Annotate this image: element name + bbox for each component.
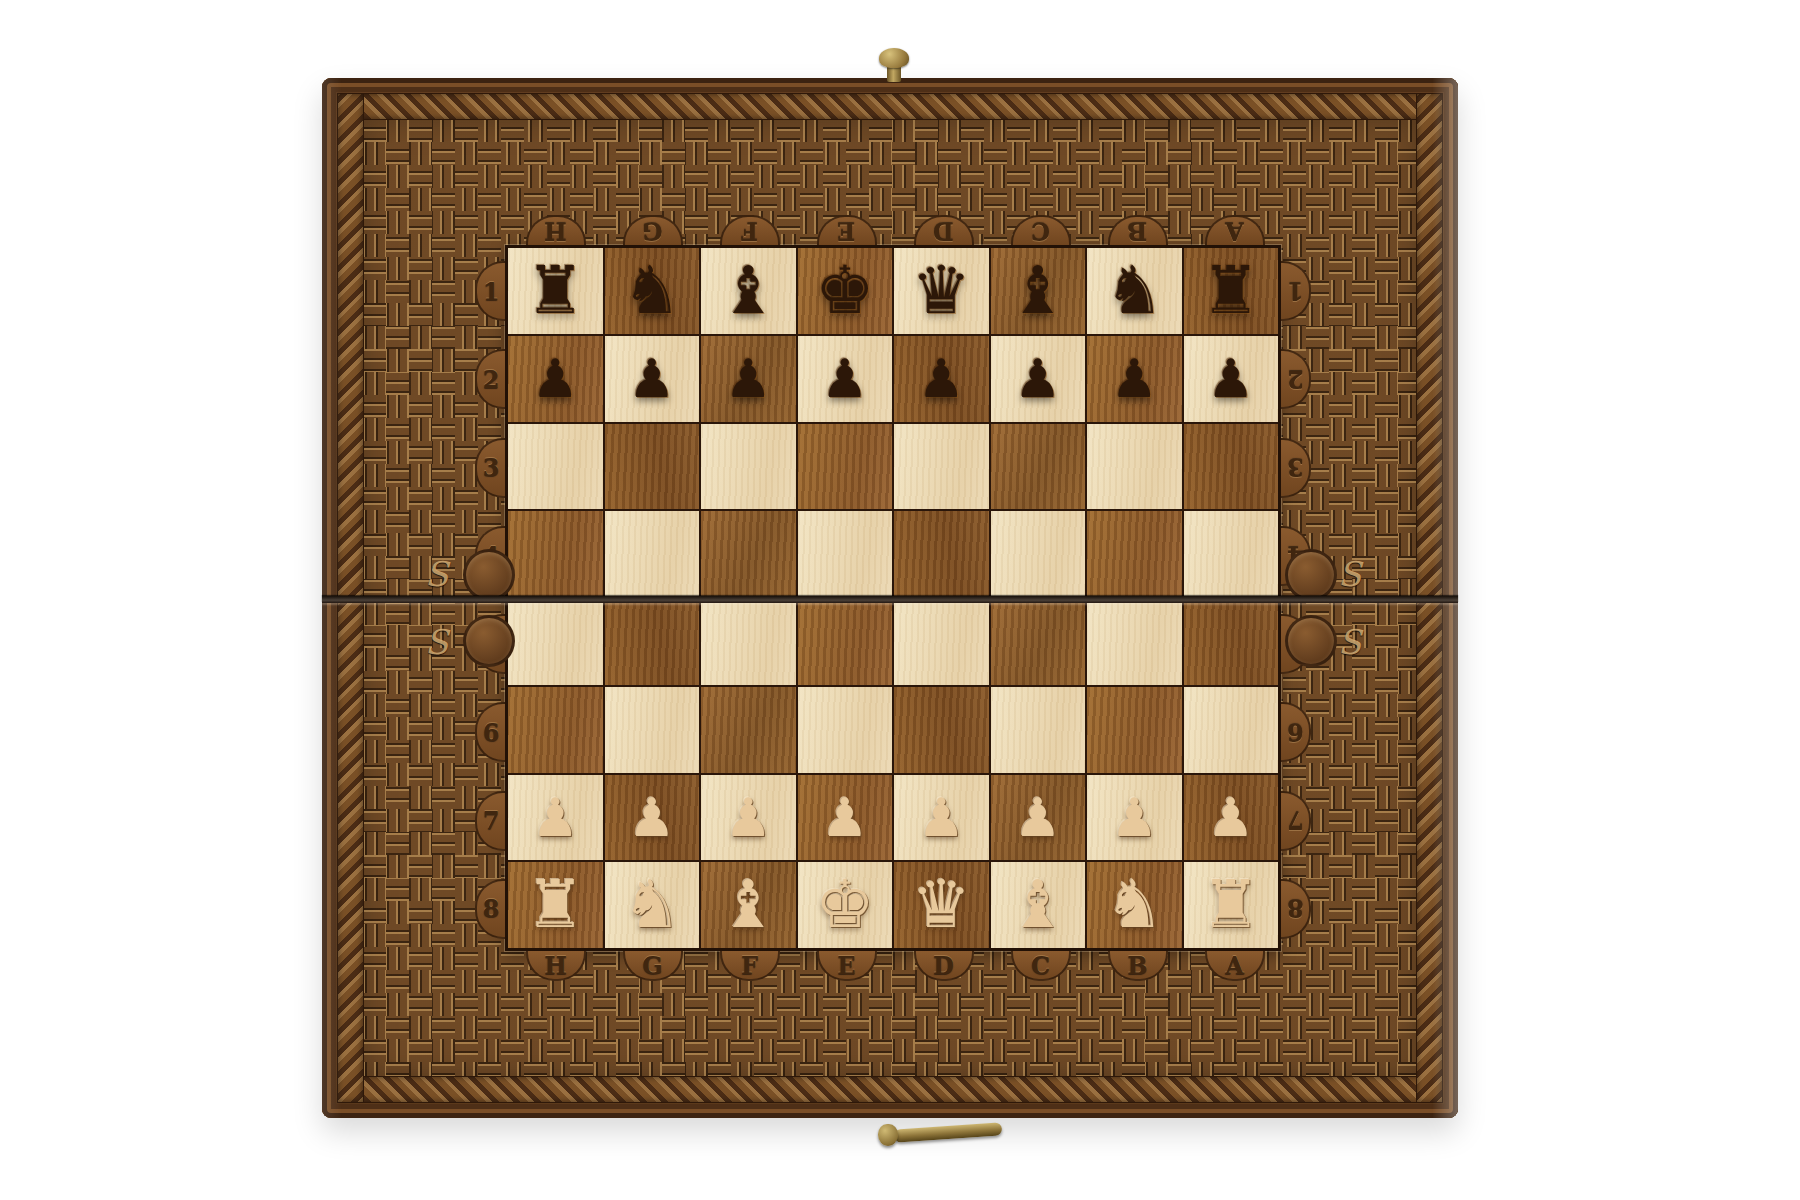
- square-e6[interactable]: [798, 687, 893, 773]
- piece-light-bishop[interactable]: ♝: [719, 872, 778, 938]
- square-g8[interactable]: ♞: [605, 862, 700, 948]
- s-scroll-carving: S: [425, 554, 448, 594]
- brass-latch-icon: [878, 1120, 1012, 1150]
- piece-dark-pawn[interactable]: ♟: [1207, 352, 1255, 405]
- s-scroll-carving: S: [1338, 622, 1361, 662]
- piece-light-rook[interactable]: ♜: [1201, 872, 1260, 938]
- piece-dark-bishop[interactable]: ♝: [719, 258, 778, 324]
- piece-dark-pawn[interactable]: ♟: [1014, 352, 1062, 405]
- hinge-seam: [322, 596, 1458, 603]
- piece-dark-queen[interactable]: ♛: [912, 258, 971, 324]
- square-f5[interactable]: [701, 599, 796, 685]
- square-c5[interactable]: [991, 599, 1086, 685]
- square-a2[interactable]: ♟: [1184, 336, 1279, 422]
- square-g2[interactable]: ♟: [605, 336, 700, 422]
- piece-dark-pawn[interactable]: ♟: [917, 352, 965, 405]
- scroll-border-top: [337, 93, 1443, 120]
- scroll-circle-ornament: [1285, 549, 1337, 601]
- square-b4[interactable]: [1087, 511, 1182, 597]
- piece-light-pawn[interactable]: ♟: [917, 791, 965, 844]
- square-d5[interactable]: [894, 599, 989, 685]
- square-b2[interactable]: ♟: [1087, 336, 1182, 422]
- square-d1[interactable]: ♛: [894, 248, 989, 334]
- piece-light-pawn[interactable]: ♟: [628, 791, 676, 844]
- square-c8[interactable]: ♝: [991, 862, 1086, 948]
- square-c1[interactable]: ♝: [991, 248, 1086, 334]
- square-h1[interactable]: ♜: [508, 248, 603, 334]
- square-d6[interactable]: [894, 687, 989, 773]
- piece-dark-knight[interactable]: ♞: [622, 258, 681, 324]
- chess-box: S S S S ♜♞♝♚♛♝♞♜♟♟♟♟♟♟♟♟♟♟♟♟♟♟♟♟♜♞♝♚♛♝♞♜…: [322, 78, 1458, 1118]
- square-d4[interactable]: [894, 511, 989, 597]
- square-a6[interactable]: [1184, 687, 1279, 773]
- square-e4[interactable]: [798, 511, 893, 597]
- square-g5[interactable]: [605, 599, 700, 685]
- square-g1[interactable]: ♞: [605, 248, 700, 334]
- piece-light-king[interactable]: ♚: [815, 872, 874, 938]
- square-c6[interactable]: [991, 687, 1086, 773]
- square-h4[interactable]: [508, 511, 603, 597]
- square-f2[interactable]: ♟: [701, 336, 796, 422]
- square-a3[interactable]: [1184, 424, 1279, 510]
- square-h3[interactable]: [508, 424, 603, 510]
- square-a4[interactable]: [1184, 511, 1279, 597]
- square-h2[interactable]: ♟: [508, 336, 603, 422]
- square-e2[interactable]: ♟: [798, 336, 893, 422]
- brass-knob-icon: [878, 48, 910, 82]
- square-e1[interactable]: ♚: [798, 248, 893, 334]
- square-f4[interactable]: [701, 511, 796, 597]
- square-a7[interactable]: ♟: [1184, 775, 1279, 861]
- s-scroll-carving: S: [425, 622, 448, 662]
- piece-light-pawn[interactable]: ♟: [1110, 791, 1158, 844]
- square-e7[interactable]: ♟: [798, 775, 893, 861]
- square-f7[interactable]: ♟: [701, 775, 796, 861]
- square-e3[interactable]: [798, 424, 893, 510]
- square-f3[interactable]: [701, 424, 796, 510]
- piece-dark-knight[interactable]: ♞: [1105, 258, 1164, 324]
- piece-dark-rook[interactable]: ♜: [526, 258, 585, 324]
- square-b6[interactable]: [1087, 687, 1182, 773]
- square-e8[interactable]: ♚: [798, 862, 893, 948]
- piece-light-pawn[interactable]: ♟: [1014, 791, 1062, 844]
- piece-dark-bishop[interactable]: ♝: [1008, 258, 1067, 324]
- piece-light-bishop[interactable]: ♝: [1008, 872, 1067, 938]
- square-b1[interactable]: ♞: [1087, 248, 1182, 334]
- square-b5[interactable]: [1087, 599, 1182, 685]
- square-a1[interactable]: ♜: [1184, 248, 1279, 334]
- square-d2[interactable]: ♟: [894, 336, 989, 422]
- square-f8[interactable]: ♝: [701, 862, 796, 948]
- piece-dark-pawn[interactable]: ♟: [821, 352, 869, 405]
- piece-light-queen[interactable]: ♛: [912, 872, 971, 938]
- square-d3[interactable]: [894, 424, 989, 510]
- piece-light-pawn[interactable]: ♟: [531, 791, 579, 844]
- piece-light-pawn[interactable]: ♟: [1207, 791, 1255, 844]
- square-d8[interactable]: ♛: [894, 862, 989, 948]
- piece-dark-pawn[interactable]: ♟: [724, 352, 772, 405]
- square-c4[interactable]: [991, 511, 1086, 597]
- piece-light-rook[interactable]: ♜: [526, 872, 585, 938]
- square-b3[interactable]: [1087, 424, 1182, 510]
- piece-dark-rook[interactable]: ♜: [1201, 258, 1260, 324]
- scroll-circle-ornament: [463, 615, 515, 667]
- square-h8[interactable]: ♜: [508, 862, 603, 948]
- piece-light-knight[interactable]: ♞: [622, 872, 681, 938]
- square-g7[interactable]: ♟: [605, 775, 700, 861]
- square-g3[interactable]: [605, 424, 700, 510]
- square-b7[interactable]: ♟: [1087, 775, 1182, 861]
- square-h7[interactable]: ♟: [508, 775, 603, 861]
- piece-light-knight[interactable]: ♞: [1105, 872, 1164, 938]
- s-scroll-carving: S: [1338, 554, 1361, 594]
- square-c7[interactable]: ♟: [991, 775, 1086, 861]
- scroll-circle-ornament: [463, 549, 515, 601]
- square-a8[interactable]: ♜: [1184, 862, 1279, 948]
- piece-light-pawn[interactable]: ♟: [821, 791, 869, 844]
- piece-dark-king[interactable]: ♚: [815, 258, 874, 324]
- square-c3[interactable]: [991, 424, 1086, 510]
- piece-dark-pawn[interactable]: ♟: [628, 352, 676, 405]
- square-a5[interactable]: [1184, 599, 1279, 685]
- piece-light-pawn[interactable]: ♟: [724, 791, 772, 844]
- square-f1[interactable]: ♝: [701, 248, 796, 334]
- photo-stage: S S S S ♜♞♝♚♛♝♞♜♟♟♟♟♟♟♟♟♟♟♟♟♟♟♟♟♜♞♝♚♛♝♞♜…: [0, 0, 1800, 1200]
- scroll-circle-ornament: [1285, 615, 1337, 667]
- square-f6[interactable]: [701, 687, 796, 773]
- square-h5[interactable]: [508, 599, 603, 685]
- square-g6[interactable]: [605, 687, 700, 773]
- square-b8[interactable]: ♞: [1087, 862, 1182, 948]
- scroll-border-bottom: [337, 1076, 1443, 1103]
- square-g4[interactable]: [605, 511, 700, 597]
- piece-dark-pawn[interactable]: ♟: [1110, 352, 1158, 405]
- square-e5[interactable]: [798, 599, 893, 685]
- square-c2[interactable]: ♟: [991, 336, 1086, 422]
- piece-dark-pawn[interactable]: ♟: [531, 352, 579, 405]
- square-d7[interactable]: ♟: [894, 775, 989, 861]
- square-h6[interactable]: [508, 687, 603, 773]
